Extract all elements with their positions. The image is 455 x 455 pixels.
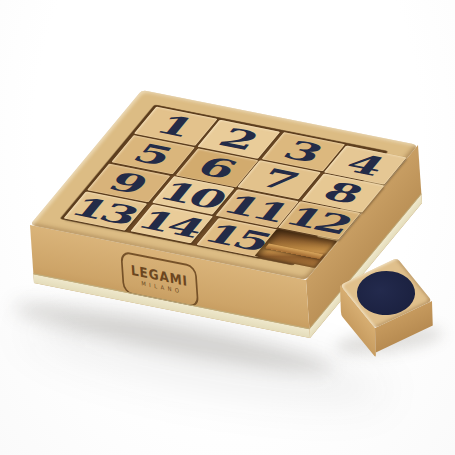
tile-number: 6 — [191, 153, 242, 183]
tile-number: 5 — [127, 140, 178, 170]
tile-number: 8 — [317, 178, 368, 208]
tile-number: 9 — [103, 168, 154, 198]
tray-bottom-rail — [265, 244, 323, 259]
tile-number: 1 — [150, 111, 201, 141]
tile-number: 7 — [253, 165, 304, 195]
tile-number: 2 — [213, 124, 264, 154]
tile-number: 3 — [278, 137, 329, 167]
tile-number: 4 — [340, 150, 391, 180]
product-photo: LEGAMI MILANO 123456789101112131415 — [0, 0, 455, 455]
